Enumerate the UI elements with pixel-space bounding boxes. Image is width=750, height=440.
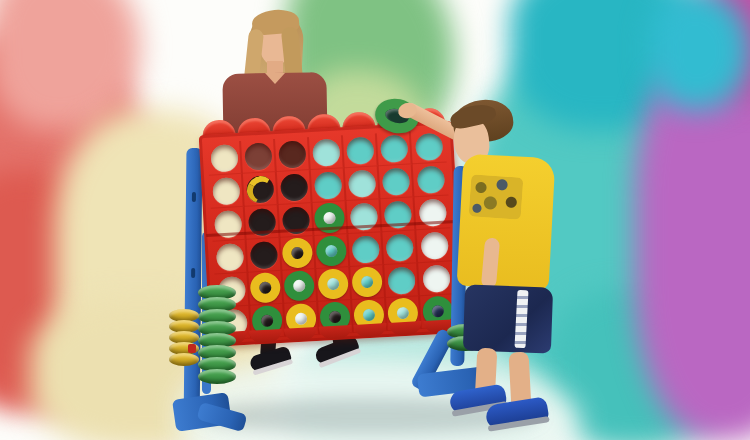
board-cell-c1r2 [209, 174, 245, 209]
board-hole [249, 241, 277, 269]
board-hole [210, 144, 238, 172]
disc-yellow [317, 268, 349, 300]
disc-yellow [282, 237, 314, 269]
boy-shorts [463, 284, 553, 353]
red-clip [188, 344, 196, 353]
board-cell-c3r1 [275, 137, 311, 172]
spare-disc-ring [198, 369, 236, 384]
board-cell-c3r5 [282, 269, 318, 304]
board-scallop [249, 329, 283, 344]
board-cell-c2r2 [243, 172, 279, 207]
board-hole [215, 242, 243, 270]
board-cell-c2r1 [241, 139, 277, 174]
disc-green [283, 270, 315, 302]
shoe-sole [488, 416, 550, 432]
board-hole [313, 171, 341, 199]
board-cell-c2r5 [248, 271, 284, 306]
board-hole [244, 142, 272, 170]
disc-yellow [249, 272, 281, 304]
board-hole [279, 173, 307, 201]
board-hole [246, 175, 274, 203]
left-green-disc-stack [198, 288, 236, 384]
board-cell-c4r1 [309, 135, 345, 170]
board-hole [278, 140, 306, 168]
board-scallop [319, 325, 353, 340]
board-scallop [284, 327, 318, 342]
spare-disc-ring [169, 353, 199, 366]
board-cell-c1r4 [213, 240, 249, 275]
disc-green [316, 235, 348, 267]
scene-photo [0, 0, 750, 440]
board-hole [312, 138, 340, 166]
boy-shirt [457, 154, 556, 291]
board-cell-c4r4 [314, 234, 350, 269]
board-cell-c1r1 [207, 141, 243, 176]
board-cell-c2r4 [247, 238, 283, 273]
stand-slot [191, 268, 195, 278]
board-hole [212, 177, 240, 205]
board-cell-c4r5 [316, 267, 352, 302]
left-yellow-disc-stack [169, 311, 199, 366]
board-cell-c4r2 [311, 168, 347, 203]
falling-yellow-disc-partial [246, 175, 274, 203]
boy-player [370, 90, 580, 435]
board-cell-c3r2 [277, 170, 313, 205]
ink-cloud-cyan-topright [650, 0, 750, 110]
stand-slot [192, 192, 196, 202]
board-cell-c3r4 [281, 236, 317, 271]
boy-shirt-graphic [469, 174, 524, 220]
